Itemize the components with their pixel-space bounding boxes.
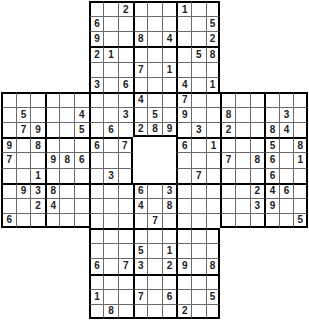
empty-cell-r9c21[interactable]: [293, 122, 308, 137]
empty-cell-r7c9[interactable]: [118, 92, 133, 107]
empty-cell-r15c20[interactable]: [279, 213, 294, 228]
outside-area: [250, 62, 265, 77]
empty-cell-r13c15[interactable]: [206, 183, 221, 198]
empty-cell-r14c2[interactable]: [16, 198, 31, 213]
empty-cell-r10c8[interactable]: [103, 137, 118, 152]
empty-cell-r21c10[interactable]: [133, 304, 148, 319]
empty-cell-r16c14[interactable]: [191, 228, 206, 243]
given-cell-r9c12: 9: [162, 122, 177, 137]
empty-cell-r1c10[interactable]: [133, 1, 148, 16]
empty-cell-r21c12[interactable]: [162, 304, 177, 319]
given-cell-r14c4: 4: [45, 198, 60, 213]
given-cell-r11c5: 8: [59, 152, 74, 167]
outside-area: [264, 274, 279, 289]
empty-cell-r3c9[interactable]: [118, 31, 133, 46]
given-cell-r5c10: 7: [133, 62, 148, 77]
empty-cell-r7c15[interactable]: [206, 92, 221, 107]
empty-cell-r13c7[interactable]: [89, 183, 104, 198]
outside-area: [220, 1, 235, 16]
empty-cell-r7c18[interactable]: [250, 92, 265, 107]
empty-cell-r7c1[interactable]: [1, 92, 16, 107]
empty-cell-r17c15[interactable]: [206, 243, 221, 258]
empty-cell-r14c1[interactable]: [1, 198, 16, 213]
empty-cell-r19c15[interactable]: [206, 274, 221, 289]
empty-cell-r14c14[interactable]: [191, 198, 206, 213]
empty-cell-r13c5[interactable]: [59, 183, 74, 198]
empty-cell-r16c8[interactable]: [103, 228, 118, 243]
outside-area: [162, 137, 177, 152]
empty-cell-r7c7[interactable]: [89, 92, 104, 107]
empty-cell-r1c7[interactable]: [89, 1, 104, 16]
given-cell-r9c14: 3: [191, 122, 206, 137]
outside-area: [264, 1, 279, 16]
outside-area: [74, 274, 89, 289]
empty-cell-r3c13[interactable]: [176, 31, 191, 46]
empty-cell-r8c8[interactable]: [103, 107, 118, 122]
empty-cell-r15c17[interactable]: [235, 213, 250, 228]
empty-cell-r4c12[interactable]: [162, 46, 177, 61]
empty-cell-r1c12[interactable]: [162, 1, 177, 16]
outside-area: [59, 16, 74, 31]
empty-cell-r12c20[interactable]: [279, 168, 294, 183]
empty-cell-r8c19[interactable]: [264, 107, 279, 122]
empty-cell-r20c14[interactable]: [191, 289, 206, 304]
outside-area: [16, 243, 31, 258]
empty-cell-r1c8[interactable]: [103, 1, 118, 16]
empty-cell-r11c2[interactable]: [16, 152, 31, 167]
empty-cell-r7c6[interactable]: [74, 92, 89, 107]
empty-cell-r15c9[interactable]: [118, 213, 133, 228]
given-cell-r14c18: 3: [250, 198, 265, 213]
empty-cell-r21c7[interactable]: [89, 304, 104, 319]
empty-cell-r15c5[interactable]: [59, 213, 74, 228]
empty-cell-r13c8[interactable]: [103, 183, 118, 198]
empty-cell-r11c20[interactable]: [279, 152, 294, 167]
given-cell-r20c10: 7: [133, 289, 148, 304]
empty-cell-r19c8[interactable]: [103, 274, 118, 289]
empty-cell-r13c9[interactable]: [118, 183, 133, 198]
empty-cell-r17c7[interactable]: [89, 243, 104, 258]
given-cell-r11c19: 6: [264, 152, 279, 167]
given-cell-r10c21: 8: [293, 137, 308, 152]
outside-area: [264, 289, 279, 304]
outside-area: [45, 258, 60, 273]
outside-area: [279, 304, 294, 319]
empty-cell-r7c2[interactable]: [16, 92, 31, 107]
empty-cell-r7c20[interactable]: [279, 92, 294, 107]
outside-area: [250, 243, 265, 258]
empty-cell-r11c17[interactable]: [235, 152, 250, 167]
given-cell-r8c20: 3: [279, 107, 294, 122]
outside-area: [16, 258, 31, 273]
outside-area: [220, 274, 235, 289]
empty-cell-r7c19[interactable]: [264, 92, 279, 107]
empty-cell-r8c1[interactable]: [1, 107, 16, 122]
outside-area: [293, 46, 308, 61]
empty-cell-r14c7[interactable]: [89, 198, 104, 213]
outside-area: [1, 46, 16, 61]
empty-cell-r5c14[interactable]: [191, 62, 206, 77]
empty-cell-r12c15[interactable]: [206, 168, 221, 183]
empty-cell-r20c8[interactable]: [103, 289, 118, 304]
empty-cell-r9c13[interactable]: [176, 122, 191, 137]
empty-cell-r14c9[interactable]: [118, 198, 133, 213]
outside-area: [162, 152, 177, 167]
outside-area: [279, 1, 294, 16]
empty-cell-r12c1[interactable]: [1, 168, 16, 183]
empty-cell-r7c21[interactable]: [293, 92, 308, 107]
empty-cell-r6c11[interactable]: [147, 77, 162, 92]
empty-cell-r8c21[interactable]: [293, 107, 308, 122]
given-cell-r15c21: 5: [293, 213, 308, 228]
outside-area: [235, 31, 250, 46]
empty-cell-r5c9[interactable]: [118, 62, 133, 77]
empty-cell-r15c3[interactable]: [30, 213, 45, 228]
empty-cell-r1c15[interactable]: [206, 1, 221, 16]
empty-cell-r5c11[interactable]: [147, 62, 162, 77]
outside-area: [250, 77, 265, 92]
empty-cell-r7c3[interactable]: [30, 92, 45, 107]
empty-cell-r12c13[interactable]: [176, 168, 191, 183]
empty-cell-r21c14[interactable]: [191, 304, 206, 319]
empty-cell-r13c1[interactable]: [1, 183, 16, 198]
empty-cell-r12c17[interactable]: [235, 168, 250, 183]
empty-cell-r10c18[interactable]: [250, 137, 265, 152]
outside-area: [264, 258, 279, 273]
empty-cell-r13c16[interactable]: [220, 183, 235, 198]
given-cell-r8c11: 5: [147, 107, 162, 122]
outside-area: [279, 274, 294, 289]
empty-cell-r9c15[interactable]: [206, 122, 221, 137]
empty-cell-r20c13[interactable]: [176, 289, 191, 304]
empty-cell-r11c9[interactable]: [118, 152, 133, 167]
empty-cell-r8c3[interactable]: [30, 107, 45, 122]
empty-cell-r2c13[interactable]: [176, 16, 191, 31]
empty-cell-r7c16[interactable]: [220, 92, 235, 107]
empty-cell-r14c16[interactable]: [220, 198, 235, 213]
empty-cell-r7c14[interactable]: [191, 92, 206, 107]
empty-cell-r2c14[interactable]: [191, 16, 206, 31]
empty-cell-r8c17[interactable]: [235, 107, 250, 122]
empty-cell-r2c12[interactable]: [162, 16, 177, 31]
empty-cell-r14c6[interactable]: [74, 198, 89, 213]
empty-cell-r15c19[interactable]: [264, 213, 279, 228]
empty-cell-r12c2[interactable]: [16, 168, 31, 183]
outside-area: [59, 1, 74, 16]
empty-cell-r12c9[interactable]: [118, 168, 133, 183]
empty-cell-r19c9[interactable]: [118, 274, 133, 289]
empty-cell-r8c15[interactable]: [206, 107, 221, 122]
given-cell-r5c12: 1: [162, 62, 177, 77]
given-cell-r18c12: 2: [162, 258, 177, 273]
outside-area: [235, 258, 250, 273]
outside-area: [30, 289, 45, 304]
empty-cell-r14c21[interactable]: [293, 198, 308, 213]
empty-cell-r10c2[interactable]: [16, 137, 31, 152]
samurai-sudoku-page: 2165984221587136414754359837956289328498…: [0, 0, 309, 320]
outside-area: [235, 62, 250, 77]
empty-cell-r11c15[interactable]: [206, 152, 221, 167]
outside-area: [45, 77, 60, 92]
empty-cell-r12c18[interactable]: [250, 168, 265, 183]
given-cell-r10c13: 6: [176, 137, 191, 152]
empty-cell-r14c17[interactable]: [235, 198, 250, 213]
empty-cell-r6c8[interactable]: [103, 77, 118, 92]
empty-cell-r17c11[interactable]: [147, 243, 162, 258]
empty-cell-r9c17[interactable]: [235, 122, 250, 137]
outside-area: [293, 258, 308, 273]
outside-area: [74, 46, 89, 61]
empty-cell-r10c17[interactable]: [235, 137, 250, 152]
outside-area: [147, 168, 162, 183]
empty-cell-r16c9[interactable]: [118, 228, 133, 243]
empty-cell-r10c14[interactable]: [191, 137, 206, 152]
empty-cell-r3c14[interactable]: [191, 31, 206, 46]
empty-cell-r16c15[interactable]: [206, 228, 221, 243]
empty-cell-r17c9[interactable]: [118, 243, 133, 258]
empty-cell-r16c12[interactable]: [162, 228, 177, 243]
empty-cell-r11c3[interactable]: [30, 152, 45, 167]
empty-cell-r12c16[interactable]: [220, 168, 235, 183]
empty-cell-r15c8[interactable]: [103, 213, 118, 228]
empty-cell-r9c9[interactable]: [118, 122, 133, 137]
empty-cell-r6c14[interactable]: [191, 77, 206, 92]
outside-area: [293, 31, 308, 46]
empty-cell-r7c4[interactable]: [45, 92, 60, 107]
empty-cell-r15c18[interactable]: [250, 213, 265, 228]
empty-cell-r19c12[interactable]: [162, 274, 177, 289]
given-cell-r1c13: 1: [176, 1, 191, 16]
outside-area: [235, 1, 250, 16]
outside-area: [235, 228, 250, 243]
empty-cell-r8c12[interactable]: [162, 107, 177, 122]
outside-area: [220, 46, 235, 61]
empty-cell-r19c10[interactable]: [133, 274, 148, 289]
empty-cell-r17c8[interactable]: [103, 243, 118, 258]
given-cell-r10c1: 9: [1, 137, 16, 152]
empty-cell-r14c5[interactable]: [59, 198, 74, 213]
outside-area: [220, 16, 235, 31]
empty-cell-r13c21[interactable]: [293, 183, 308, 198]
empty-cell-r2c8[interactable]: [103, 16, 118, 31]
samurai-sudoku-board: 2165984221587136414754359837956289328498…: [1, 1, 308, 319]
empty-cell-r1c11[interactable]: [147, 1, 162, 16]
empty-cell-r15c15[interactable]: [206, 213, 221, 228]
empty-cell-r2c9[interactable]: [118, 16, 133, 31]
empty-cell-r7c11[interactable]: [147, 92, 162, 107]
outside-area: [74, 289, 89, 304]
empty-cell-r19c14[interactable]: [191, 274, 206, 289]
empty-cell-r12c4[interactable]: [45, 168, 60, 183]
outside-area: [279, 62, 294, 77]
outside-area: [45, 1, 60, 16]
outside-area: [264, 77, 279, 92]
empty-cell-r12c6[interactable]: [74, 168, 89, 183]
empty-cell-r16c13[interactable]: [176, 228, 191, 243]
empty-cell-r9c18[interactable]: [250, 122, 265, 137]
empty-cell-r14c11[interactable]: [147, 198, 162, 213]
outside-area: [30, 62, 45, 77]
outside-area: [16, 16, 31, 31]
outside-area: [59, 62, 74, 77]
empty-cell-r15c12[interactable]: [162, 213, 177, 228]
empty-cell-r8c4[interactable]: [45, 107, 60, 122]
outside-area: [1, 304, 16, 319]
empty-cell-r19c7[interactable]: [89, 274, 104, 289]
empty-cell-r11c7[interactable]: [89, 152, 104, 167]
empty-cell-r15c2[interactable]: [16, 213, 31, 228]
empty-cell-r19c11[interactable]: [147, 274, 162, 289]
outside-area: [279, 289, 294, 304]
given-cell-r20c7: 1: [89, 289, 104, 304]
given-cell-r3c10: 8: [133, 31, 148, 46]
empty-cell-r11c14[interactable]: [191, 152, 206, 167]
outside-area: [235, 274, 250, 289]
given-cell-r7c13: 7: [176, 92, 191, 107]
outside-area: [147, 152, 162, 167]
empty-cell-r3c8[interactable]: [103, 31, 118, 46]
outside-area: [220, 243, 235, 258]
empty-cell-r5c7[interactable]: [89, 62, 104, 77]
empty-cell-r16c10[interactable]: [133, 228, 148, 243]
empty-cell-r9c4[interactable]: [45, 122, 60, 137]
outside-area: [16, 1, 31, 16]
outside-area: [74, 62, 89, 77]
outside-area: [30, 243, 45, 258]
empty-cell-r20c11[interactable]: [147, 289, 162, 304]
empty-cell-r15c10[interactable]: [133, 213, 148, 228]
empty-cell-r2c10[interactable]: [133, 16, 148, 31]
empty-cell-r15c4[interactable]: [45, 213, 60, 228]
empty-cell-r20c9[interactable]: [118, 289, 133, 304]
empty-cell-r8c18[interactable]: [250, 107, 265, 122]
empty-cell-r10c6[interactable]: [74, 137, 89, 152]
empty-cell-r21c9[interactable]: [118, 304, 133, 319]
given-cell-r6c13: 4: [176, 77, 191, 92]
empty-cell-r8c10[interactable]: [133, 107, 148, 122]
empty-cell-r13c11[interactable]: [147, 183, 162, 198]
empty-cell-r16c7[interactable]: [89, 228, 104, 243]
empty-cell-r6c12[interactable]: [162, 77, 177, 92]
empty-cell-r18c8[interactable]: [103, 258, 118, 273]
empty-cell-r7c8[interactable]: [103, 92, 118, 107]
outside-area: [235, 304, 250, 319]
empty-cell-r3c11[interactable]: [147, 31, 162, 46]
empty-cell-r12c21[interactable]: [293, 168, 308, 183]
empty-cell-r4c13[interactable]: [176, 46, 191, 61]
empty-cell-r5c15[interactable]: [206, 62, 221, 77]
outside-area: [59, 258, 74, 273]
empty-cell-r8c7[interactable]: [89, 107, 104, 122]
outside-area: [220, 289, 235, 304]
given-cell-r12c8: 3: [103, 168, 118, 183]
empty-cell-r15c14[interactable]: [191, 213, 206, 228]
empty-cell-r11c13[interactable]: [176, 152, 191, 167]
given-cell-r13c20: 6: [279, 183, 294, 198]
empty-cell-r10c4[interactable]: [45, 137, 60, 152]
outside-area: [162, 168, 177, 183]
empty-cell-r12c5[interactable]: [59, 168, 74, 183]
outside-area: [16, 77, 31, 92]
empty-cell-r17c14[interactable]: [191, 243, 206, 258]
empty-cell-r6c10[interactable]: [133, 77, 148, 92]
empty-cell-r1c14[interactable]: [191, 1, 206, 16]
outside-area: [59, 31, 74, 46]
outside-area: [220, 304, 235, 319]
empty-cell-r14c15[interactable]: [206, 198, 221, 213]
empty-cell-r7c17[interactable]: [235, 92, 250, 107]
empty-cell-r9c1[interactable]: [1, 122, 16, 137]
empty-cell-r13c17[interactable]: [235, 183, 250, 198]
outside-area: [59, 46, 74, 61]
empty-cell-r7c12[interactable]: [162, 92, 177, 107]
empty-cell-r10c16[interactable]: [220, 137, 235, 152]
empty-cell-r13c6[interactable]: [74, 183, 89, 198]
outside-area: [220, 31, 235, 46]
empty-cell-r10c20[interactable]: [279, 137, 294, 152]
empty-cell-r8c14[interactable]: [191, 107, 206, 122]
given-cell-r14c12: 8: [162, 198, 177, 213]
given-cell-r18c15: 8: [206, 258, 221, 273]
given-cell-r11c1: 7: [1, 152, 16, 167]
outside-area: [279, 46, 294, 61]
outside-area: [74, 16, 89, 31]
empty-cell-r5c8[interactable]: [103, 62, 118, 77]
empty-cell-r15c6[interactable]: [74, 213, 89, 228]
empty-cell-r15c13[interactable]: [176, 213, 191, 228]
outside-area: [220, 228, 235, 243]
outside-area: [74, 243, 89, 258]
empty-cell-r11c8[interactable]: [103, 152, 118, 167]
outside-area: [264, 228, 279, 243]
empty-cell-r21c11[interactable]: [147, 304, 162, 319]
empty-cell-r12c7[interactable]: [89, 168, 104, 183]
outside-area: [133, 152, 148, 167]
empty-cell-r10c5[interactable]: [59, 137, 74, 152]
outside-area: [279, 258, 294, 273]
empty-cell-r14c8[interactable]: [103, 198, 118, 213]
outside-area: [16, 46, 31, 61]
empty-cell-r18c11[interactable]: [147, 258, 162, 273]
empty-cell-r17c13[interactable]: [176, 243, 191, 258]
outside-area: [220, 62, 235, 77]
given-cell-r4c15: 8: [206, 46, 221, 61]
empty-cell-r13c13[interactable]: [176, 183, 191, 198]
empty-cell-r9c7[interactable]: [89, 122, 104, 137]
empty-cell-r14c13[interactable]: [176, 198, 191, 213]
given-cell-r9c11: 8: [147, 122, 162, 137]
outside-area: [74, 304, 89, 319]
outside-area: [1, 228, 16, 243]
empty-cell-r16c11[interactable]: [147, 228, 162, 243]
given-cell-r2c15: 5: [206, 16, 221, 31]
empty-cell-r18c14[interactable]: [191, 258, 206, 273]
empty-cell-r2c11[interactable]: [147, 16, 162, 31]
empty-cell-r4c10[interactable]: [133, 46, 148, 61]
empty-cell-r21c15[interactable]: [206, 304, 221, 319]
empty-cell-r15c16[interactable]: [220, 213, 235, 228]
empty-cell-r9c5[interactable]: [59, 122, 74, 137]
empty-cell-r4c11[interactable]: [147, 46, 162, 61]
empty-cell-r7c5[interactable]: [59, 92, 74, 107]
empty-cell-r5c13[interactable]: [176, 62, 191, 77]
empty-cell-r4c9[interactable]: [118, 46, 133, 61]
empty-cell-r15c7[interactable]: [89, 213, 104, 228]
empty-cell-r13c14[interactable]: [191, 183, 206, 198]
empty-cell-r8c5[interactable]: [59, 107, 74, 122]
empty-cell-r19c13[interactable]: [176, 274, 191, 289]
empty-cell-r14c20[interactable]: [279, 198, 294, 213]
